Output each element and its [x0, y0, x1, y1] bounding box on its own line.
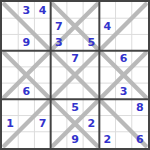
cell-r8c5[interactable]	[67, 116, 83, 132]
cell-r9c1[interactable]	[2, 132, 18, 148]
cell-r2c7[interactable]: 4	[99, 18, 115, 34]
cell-r4c5[interactable]: 7	[67, 51, 83, 67]
cell-r9c4[interactable]	[51, 132, 67, 148]
cell-r9c2[interactable]	[18, 132, 34, 148]
cell-r6c7[interactable]	[99, 83, 115, 99]
cell-r1c4[interactable]	[51, 2, 67, 18]
cell-r5c7[interactable]	[99, 67, 115, 83]
cell-r5c3[interactable]	[34, 67, 50, 83]
cell-r3c1[interactable]	[2, 34, 18, 50]
cell-r7c9[interactable]: 8	[132, 99, 148, 115]
cell-r9c3[interactable]	[34, 132, 50, 148]
cell-r5c1[interactable]	[2, 67, 18, 83]
cell-r6c1[interactable]	[2, 83, 18, 99]
cell-r3c3[interactable]	[34, 34, 50, 50]
cell-r7c6[interactable]	[83, 99, 99, 115]
cell-r6c6[interactable]	[83, 83, 99, 99]
cell-r6c4[interactable]	[51, 83, 67, 99]
cell-r2c2[interactable]	[18, 18, 34, 34]
cell-r8c2[interactable]	[18, 116, 34, 132]
cell-r6c8[interactable]: 3	[116, 83, 132, 99]
cell-r8c9[interactable]	[132, 116, 148, 132]
cell-r5c5[interactable]	[67, 67, 83, 83]
cell-r7c4[interactable]	[51, 99, 67, 115]
cell-r4c2[interactable]	[18, 51, 34, 67]
cell-r1c9[interactable]	[132, 2, 148, 18]
cell-r3c6[interactable]: 5	[83, 34, 99, 50]
cell-r2c9[interactable]	[132, 18, 148, 34]
cell-r8c7[interactable]	[99, 116, 115, 132]
cell-r9c5[interactable]: 9	[67, 132, 83, 148]
cell-r2c4[interactable]: 7	[51, 18, 67, 34]
cell-r2c3[interactable]	[34, 18, 50, 34]
cell-r4c6[interactable]	[83, 51, 99, 67]
cell-r6c3[interactable]	[34, 83, 50, 99]
cell-r2c8[interactable]	[116, 18, 132, 34]
cell-r5c8[interactable]	[116, 67, 132, 83]
cell-r1c8[interactable]	[116, 2, 132, 18]
cell-r7c3[interactable]	[34, 99, 50, 115]
cell-r4c3[interactable]	[34, 51, 50, 67]
cell-r7c2[interactable]	[18, 99, 34, 115]
cell-r9c8[interactable]	[116, 132, 132, 148]
cell-r2c6[interactable]	[83, 18, 99, 34]
cell-r1c7[interactable]	[99, 2, 115, 18]
cell-r8c8[interactable]	[116, 116, 132, 132]
cell-r3c2[interactable]: 9	[18, 34, 34, 50]
cell-r3c4[interactable]: 3	[51, 34, 67, 50]
cell-r3c5[interactable]	[67, 34, 83, 50]
cell-r7c5[interactable]: 5	[67, 99, 83, 115]
cell-r5c9[interactable]	[132, 67, 148, 83]
cell-r4c8[interactable]: 6	[116, 51, 132, 67]
cell-r3c9[interactable]	[132, 34, 148, 50]
cell-r9c6[interactable]	[83, 132, 99, 148]
cell-r1c2[interactable]: 3	[18, 2, 34, 18]
cell-r8c3[interactable]: 7	[34, 116, 50, 132]
cell-r8c1[interactable]: 1	[2, 116, 18, 132]
cell-r1c1[interactable]	[2, 2, 18, 18]
cell-r6c2[interactable]: 6	[18, 83, 34, 99]
cell-r4c4[interactable]	[51, 51, 67, 67]
cell-r4c9[interactable]	[132, 51, 148, 67]
cell-r4c7[interactable]	[99, 51, 115, 67]
cell-r8c6[interactable]: 2	[83, 116, 99, 132]
cell-r2c1[interactable]	[2, 18, 18, 34]
sudoku-board: 3474935766358172926	[0, 0, 150, 150]
cell-grid: 3474935766358172926	[2, 2, 148, 148]
cell-r3c7[interactable]	[99, 34, 115, 50]
cell-r5c6[interactable]	[83, 67, 99, 83]
cell-r6c5[interactable]	[67, 83, 83, 99]
cell-r3c8[interactable]	[116, 34, 132, 50]
cell-r7c1[interactable]	[2, 99, 18, 115]
cell-r5c4[interactable]	[51, 67, 67, 83]
cell-r1c6[interactable]	[83, 2, 99, 18]
cell-r1c3[interactable]: 4	[34, 2, 50, 18]
cell-r6c9[interactable]	[132, 83, 148, 99]
cell-r1c5[interactable]	[67, 2, 83, 18]
cell-r7c7[interactable]	[99, 99, 115, 115]
cell-r9c9[interactable]: 6	[132, 132, 148, 148]
cell-r9c7[interactable]: 2	[99, 132, 115, 148]
cell-r8c4[interactable]	[51, 116, 67, 132]
cell-r5c2[interactable]	[18, 67, 34, 83]
cell-r7c8[interactable]	[116, 99, 132, 115]
cell-r4c1[interactable]	[2, 51, 18, 67]
cell-r2c5[interactable]	[67, 18, 83, 34]
